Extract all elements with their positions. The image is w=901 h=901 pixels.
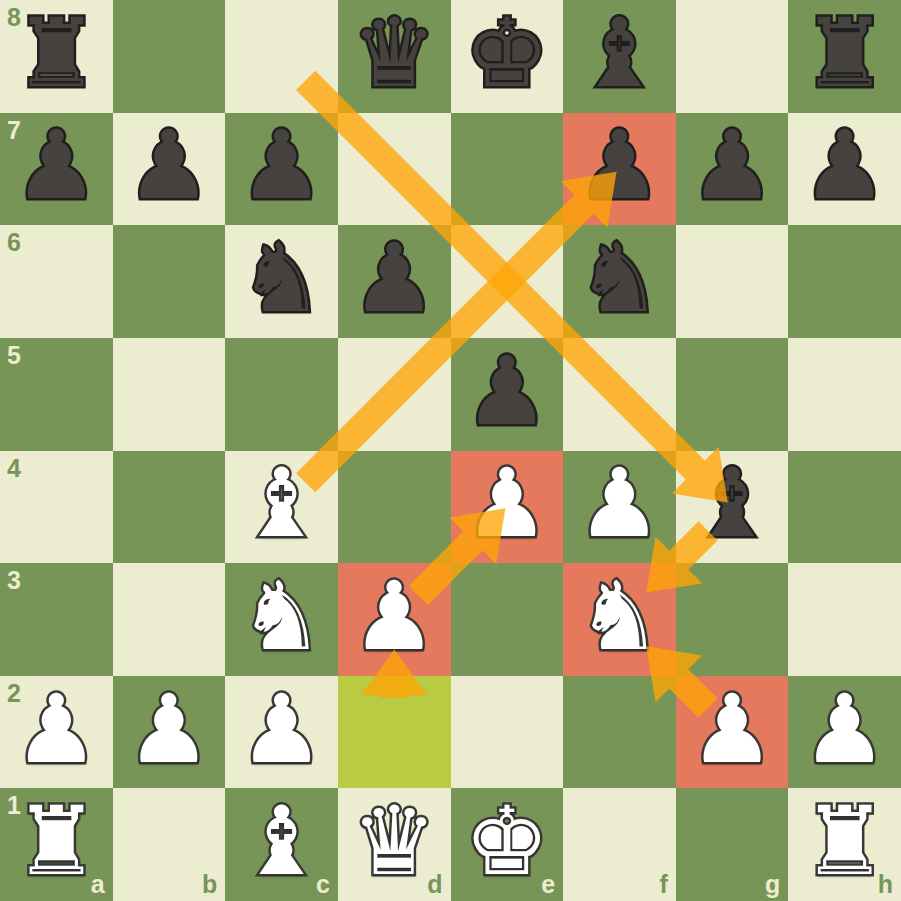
black-pawn[interactable]: ♟ — [464, 344, 549, 439]
white-bishop[interactable]: ♝ — [239, 794, 324, 889]
square-a5[interactable]: 5 — [0, 338, 113, 451]
black-bishop[interactable]: ♝ — [689, 456, 774, 551]
square-c3[interactable]: ♞ — [225, 563, 338, 676]
file-label-g: g — [765, 872, 780, 897]
rank-label-4: 4 — [7, 456, 21, 481]
rank-label-1: 1 — [7, 793, 21, 818]
white-rook[interactable]: ♜ — [14, 794, 99, 889]
square-h3[interactable] — [788, 563, 901, 676]
file-label-f: f — [659, 872, 667, 897]
rank-label-2: 2 — [7, 681, 21, 706]
square-c8[interactable] — [225, 0, 338, 113]
white-queen[interactable]: ♛ — [352, 794, 437, 889]
black-pawn[interactable]: ♟ — [577, 118, 662, 213]
black-knight[interactable]: ♞ — [239, 231, 324, 326]
black-pawn[interactable]: ♟ — [802, 118, 887, 213]
white-pawn[interactable]: ♟ — [802, 682, 887, 777]
square-e3[interactable] — [451, 563, 564, 676]
square-d7[interactable] — [338, 113, 451, 226]
white-rook[interactable]: ♜ — [802, 794, 887, 889]
white-bishop[interactable]: ♝ — [239, 456, 324, 551]
black-pawn[interactable]: ♟ — [689, 118, 774, 213]
square-f5[interactable] — [563, 338, 676, 451]
square-b5[interactable] — [113, 338, 226, 451]
file-label-e: e — [541, 872, 555, 897]
white-knight[interactable]: ♞ — [239, 569, 324, 664]
square-d6[interactable]: ♟ — [338, 225, 451, 338]
rank-label-6: 6 — [7, 230, 21, 255]
rank-label-7: 7 — [7, 118, 21, 143]
black-king[interactable]: ♚ — [464, 6, 549, 101]
square-b6[interactable] — [113, 225, 226, 338]
square-d4[interactable] — [338, 451, 451, 564]
square-b7[interactable]: ♟ — [113, 113, 226, 226]
file-label-a: a — [91, 872, 105, 897]
square-b8[interactable] — [113, 0, 226, 113]
square-d3[interactable]: ♟ — [338, 563, 451, 676]
square-a4[interactable]: 4 — [0, 451, 113, 564]
square-a8[interactable]: ♜8 — [0, 0, 113, 113]
white-pawn[interactable]: ♟ — [352, 569, 437, 664]
black-pawn[interactable]: ♟ — [126, 118, 211, 213]
square-h6[interactable] — [788, 225, 901, 338]
square-g7[interactable]: ♟ — [676, 113, 789, 226]
black-pawn[interactable]: ♟ — [14, 118, 99, 213]
square-b1[interactable]: b — [113, 788, 226, 901]
square-f8[interactable]: ♝ — [563, 0, 676, 113]
white-pawn[interactable]: ♟ — [239, 682, 324, 777]
white-pawn[interactable]: ♟ — [464, 456, 549, 551]
white-pawn[interactable]: ♟ — [126, 682, 211, 777]
square-c7[interactable]: ♟ — [225, 113, 338, 226]
square-g1[interactable]: g — [676, 788, 789, 901]
file-label-d: d — [427, 872, 442, 897]
square-f6[interactable]: ♞ — [563, 225, 676, 338]
square-g6[interactable] — [676, 225, 789, 338]
white-pawn[interactable]: ♟ — [14, 682, 99, 777]
square-g3[interactable] — [676, 563, 789, 676]
square-c1[interactable]: ♝c — [225, 788, 338, 901]
square-c6[interactable]: ♞ — [225, 225, 338, 338]
file-label-b: b — [202, 872, 217, 897]
square-f2[interactable] — [563, 676, 676, 789]
file-label-h: h — [878, 872, 893, 897]
square-c2[interactable]: ♟ — [225, 676, 338, 789]
white-pawn[interactable]: ♟ — [577, 456, 662, 551]
white-king[interactable]: ♚ — [464, 794, 549, 889]
square-g5[interactable] — [676, 338, 789, 451]
black-rook[interactable]: ♜ — [802, 6, 887, 101]
square-h1[interactable]: ♜h — [788, 788, 901, 901]
square-b2[interactable]: ♟ — [113, 676, 226, 789]
black-bishop[interactable]: ♝ — [577, 6, 662, 101]
square-b3[interactable] — [113, 563, 226, 676]
square-e1[interactable]: ♚e — [451, 788, 564, 901]
black-rook[interactable]: ♜ — [14, 6, 99, 101]
square-e2[interactable] — [451, 676, 564, 789]
square-d2[interactable] — [338, 676, 451, 789]
chess-board: ♜8♛♚♝♜♟7♟♟♟♟♟6♞♟♞5♟4♝♟♟♝3♞♟♞♟2♟♟♟♟♜1ab♝c… — [0, 0, 901, 901]
square-h2[interactable]: ♟ — [788, 676, 901, 789]
file-label-c: c — [316, 872, 330, 897]
black-pawn[interactable]: ♟ — [352, 231, 437, 326]
square-h8[interactable]: ♜ — [788, 0, 901, 113]
rank-label-8: 8 — [7, 5, 21, 30]
square-f4[interactable]: ♟ — [563, 451, 676, 564]
square-g4[interactable]: ♝ — [676, 451, 789, 564]
black-pawn[interactable]: ♟ — [239, 118, 324, 213]
square-e6[interactable] — [451, 225, 564, 338]
square-a7[interactable]: ♟7 — [0, 113, 113, 226]
square-g8[interactable] — [676, 0, 789, 113]
square-d1[interactable]: ♛d — [338, 788, 451, 901]
square-f7[interactable]: ♟ — [563, 113, 676, 226]
square-d8[interactable]: ♛ — [338, 0, 451, 113]
square-c4[interactable]: ♝ — [225, 451, 338, 564]
square-b4[interactable] — [113, 451, 226, 564]
square-f1[interactable]: f — [563, 788, 676, 901]
square-e7[interactable] — [451, 113, 564, 226]
square-d5[interactable] — [338, 338, 451, 451]
square-g2[interactable]: ♟ — [676, 676, 789, 789]
black-knight[interactable]: ♞ — [577, 231, 662, 326]
square-e8[interactable]: ♚ — [451, 0, 564, 113]
white-pawn[interactable]: ♟ — [689, 682, 774, 777]
square-a2[interactable]: ♟2 — [0, 676, 113, 789]
black-queen[interactable]: ♛ — [352, 6, 437, 101]
square-h5[interactable] — [788, 338, 901, 451]
square-f3[interactable]: ♞ — [563, 563, 676, 676]
square-e4[interactable]: ♟ — [451, 451, 564, 564]
square-c5[interactable] — [225, 338, 338, 451]
square-a6[interactable]: 6 — [0, 225, 113, 338]
square-e5[interactable]: ♟ — [451, 338, 564, 451]
rank-label-5: 5 — [7, 343, 21, 368]
square-h4[interactable] — [788, 451, 901, 564]
square-a1[interactable]: ♜1a — [0, 788, 113, 901]
white-knight[interactable]: ♞ — [577, 569, 662, 664]
square-h7[interactable]: ♟ — [788, 113, 901, 226]
rank-label-3: 3 — [7, 568, 21, 593]
square-a3[interactable]: 3 — [0, 563, 113, 676]
